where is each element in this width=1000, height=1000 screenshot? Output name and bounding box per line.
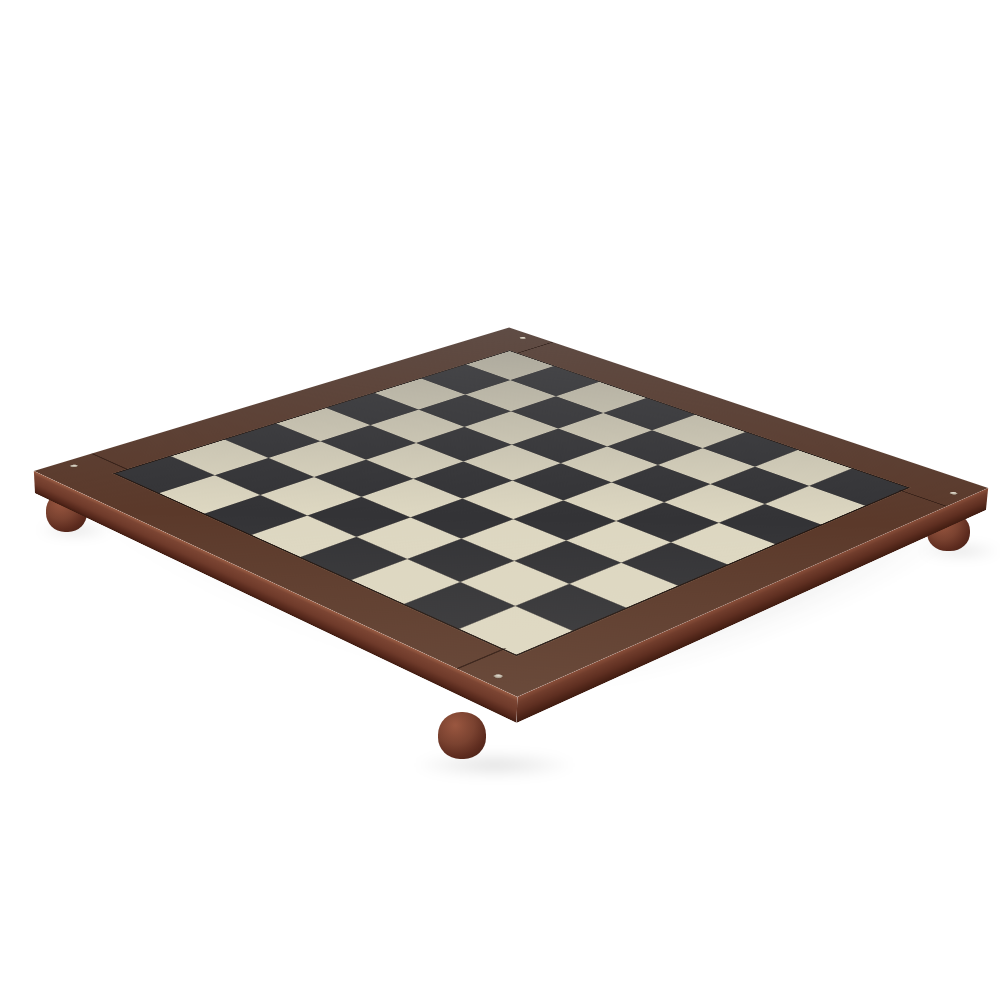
square-g4 xyxy=(567,521,670,562)
front-foot-shadow xyxy=(412,752,577,778)
square-g6 xyxy=(665,484,764,522)
frame-joint-seam xyxy=(517,342,553,353)
square-h5 xyxy=(672,523,775,564)
board-grid xyxy=(113,350,910,656)
square-e4 xyxy=(463,481,562,519)
square-d1 xyxy=(252,516,356,557)
square-h4 xyxy=(622,543,727,586)
corner-pin-icon xyxy=(949,491,959,495)
square-g2 xyxy=(461,561,569,605)
square-f4 xyxy=(514,501,615,541)
square-f3 xyxy=(462,519,565,560)
square-h3 xyxy=(570,563,677,608)
product-photo-scene xyxy=(0,0,1000,1000)
square-e3 xyxy=(411,499,512,538)
square-e1 xyxy=(301,537,407,580)
board-top-face xyxy=(34,327,988,696)
frame-joint-seam xyxy=(91,453,128,469)
square-e2 xyxy=(357,518,460,559)
square-f1 xyxy=(352,559,460,603)
frame-joint-seam xyxy=(898,490,947,507)
square-g3 xyxy=(515,541,620,584)
frame-joint-seam xyxy=(456,648,506,669)
square-h7 xyxy=(766,486,865,524)
board-foot-front xyxy=(438,712,486,759)
square-f5 xyxy=(564,483,663,521)
chessboard xyxy=(34,327,988,696)
square-d3 xyxy=(362,479,462,517)
square-c1 xyxy=(205,495,307,534)
square-c2 xyxy=(261,477,361,515)
square-f2 xyxy=(408,539,513,582)
square-g5 xyxy=(617,502,718,542)
square-g1 xyxy=(405,582,515,628)
square-h6 xyxy=(720,504,821,544)
corner-pin-icon xyxy=(69,464,79,468)
corner-pin-icon xyxy=(492,674,504,679)
corner-pin-icon xyxy=(518,337,527,340)
square-h2 xyxy=(516,584,626,630)
square-h1 xyxy=(460,606,572,654)
square-d2 xyxy=(308,497,410,536)
square-b1 xyxy=(160,476,260,514)
